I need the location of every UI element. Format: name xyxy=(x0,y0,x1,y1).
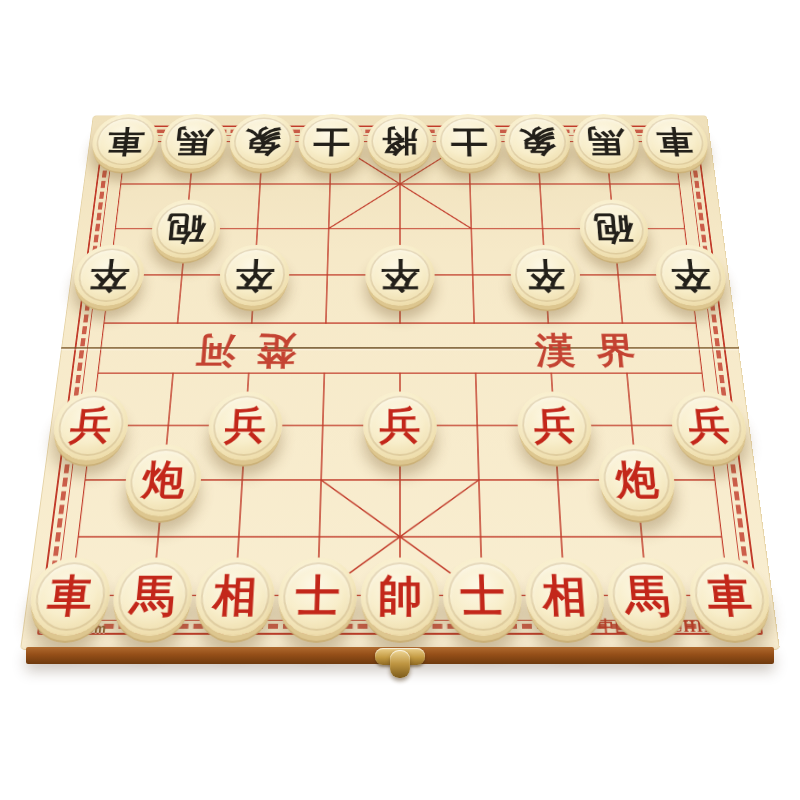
piece-glyph: 兵 xyxy=(516,392,594,461)
piece-black-horse[interactable]: 馬 xyxy=(158,114,228,168)
piece-glyph: 士 xyxy=(443,558,524,636)
piece-black-general[interactable]: 將 xyxy=(367,114,433,168)
piece-black-soldier[interactable]: 卒 xyxy=(509,245,582,306)
piece-glyph: 兵 xyxy=(669,392,751,461)
piece-glyph: 卒 xyxy=(218,245,291,306)
piece-glyph: 炮 xyxy=(596,445,678,517)
clasp-knob-icon xyxy=(390,650,410,678)
piece-red-horse[interactable]: 馬 xyxy=(109,558,195,636)
piece-glyph: 象 xyxy=(228,114,297,168)
piece-black-soldier[interactable]: 卒 xyxy=(653,245,730,306)
piece-red-soldier[interactable]: 兵 xyxy=(206,392,284,461)
piece-glyph: 車 xyxy=(26,558,114,636)
product-photo-scene: 楚河 漢界 Size:40cm 中国象棋 CHINESE 車馬象士將士象馬車砲砲… xyxy=(0,0,800,800)
piece-black-soldier[interactable]: 卒 xyxy=(218,245,291,306)
piece-red-soldier[interactable]: 兵 xyxy=(516,392,594,461)
piece-glyph: 馬 xyxy=(109,558,195,636)
piece-glyph: 車 xyxy=(639,114,711,168)
piece-red-advisor[interactable]: 士 xyxy=(443,558,524,636)
piece-black-cannon[interactable]: 砲 xyxy=(149,200,222,259)
piece-black-elephant[interactable]: 象 xyxy=(228,114,297,168)
piece-red-elephant[interactable]: 相 xyxy=(524,558,607,636)
piece-glyph: 兵 xyxy=(206,392,284,461)
piece-red-advisor[interactable]: 士 xyxy=(277,558,358,636)
piece-glyph: 兵 xyxy=(363,392,438,461)
piece-black-elephant[interactable]: 象 xyxy=(503,114,572,168)
piece-red-soldier[interactable]: 兵 xyxy=(363,392,438,461)
brass-clasp xyxy=(372,640,428,686)
piece-red-soldier[interactable]: 兵 xyxy=(50,392,132,461)
piece-glyph: 兵 xyxy=(50,392,132,461)
piece-glyph: 士 xyxy=(297,114,364,168)
piece-red-cannon[interactable]: 炮 xyxy=(596,445,678,517)
piece-glyph: 卒 xyxy=(509,245,582,306)
piece-black-advisor[interactable]: 士 xyxy=(436,114,503,168)
piece-black-advisor[interactable]: 士 xyxy=(297,114,364,168)
piece-red-soldier[interactable]: 兵 xyxy=(669,392,751,461)
piece-red-elephant[interactable]: 相 xyxy=(193,558,276,636)
piece-glyph: 士 xyxy=(436,114,503,168)
piece-glyph: 將 xyxy=(367,114,433,168)
piece-black-soldier[interactable]: 卒 xyxy=(70,245,147,306)
piece-glyph: 卒 xyxy=(70,245,147,306)
piece-black-cannon[interactable]: 砲 xyxy=(578,200,651,259)
piece-glyph: 馬 xyxy=(605,558,691,636)
piece-glyph: 馬 xyxy=(158,114,228,168)
piece-glyph: 砲 xyxy=(149,200,222,259)
piece-black-chariot[interactable]: 車 xyxy=(89,114,161,168)
piece-red-general[interactable]: 帥 xyxy=(360,558,440,636)
piece-glyph: 炮 xyxy=(122,445,204,517)
piece-black-horse[interactable]: 馬 xyxy=(571,114,641,168)
piece-glyph: 車 xyxy=(89,114,161,168)
piece-glyph: 帥 xyxy=(360,558,440,636)
piece-glyph: 馬 xyxy=(571,114,641,168)
piece-glyph: 卒 xyxy=(653,245,730,306)
piece-red-chariot[interactable]: 車 xyxy=(686,558,774,636)
piece-glyph: 相 xyxy=(524,558,607,636)
piece-grid: 車馬象士將士象馬車砲砲卒卒卒卒卒兵兵兵兵兵炮炮車馬相士帥士相馬車 xyxy=(25,120,775,627)
xiangqi-board: 楚河 漢界 Size:40cm 中国象棋 CHINESE 車馬象士將士象馬車砲砲… xyxy=(20,116,780,650)
piece-glyph: 士 xyxy=(277,558,358,636)
piece-red-chariot[interactable]: 車 xyxy=(26,558,114,636)
board-3d-wrapper: 楚河 漢界 Size:40cm 中国象棋 CHINESE 車馬象士將士象馬車砲砲… xyxy=(20,0,780,650)
piece-glyph: 車 xyxy=(686,558,774,636)
piece-glyph: 砲 xyxy=(578,200,651,259)
piece-black-chariot[interactable]: 車 xyxy=(639,114,711,168)
piece-glyph: 象 xyxy=(503,114,572,168)
piece-glyph: 卒 xyxy=(365,245,435,306)
piece-glyph: 相 xyxy=(193,558,276,636)
piece-red-cannon[interactable]: 炮 xyxy=(122,445,204,517)
piece-red-horse[interactable]: 馬 xyxy=(605,558,691,636)
piece-black-soldier[interactable]: 卒 xyxy=(365,245,435,306)
